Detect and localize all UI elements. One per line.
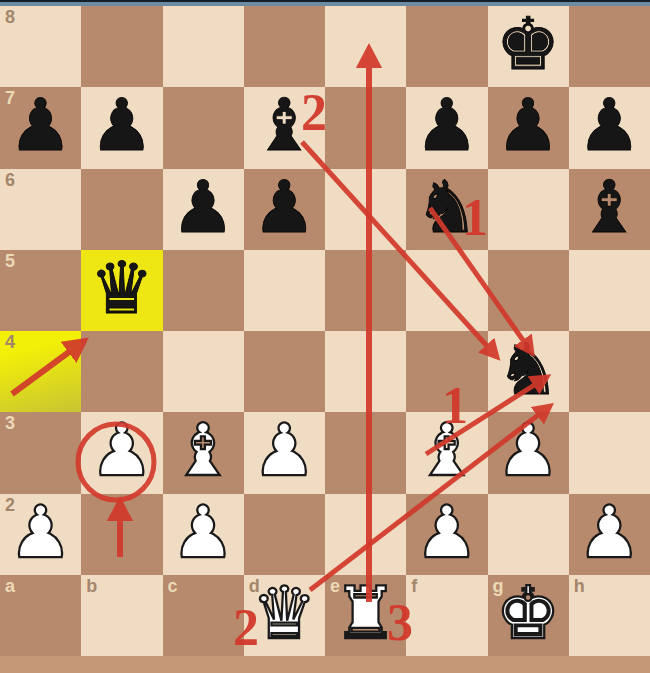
square-h5[interactable] — [569, 250, 650, 331]
square-d4[interactable] — [244, 331, 325, 412]
piece-white-pawn-d3[interactable]: ♟ — [252, 410, 317, 491]
square-a2[interactable]: 2♟ — [0, 494, 81, 575]
piece-black-pawn-h7[interactable]: ♟ — [577, 85, 642, 166]
square-e7[interactable] — [325, 87, 406, 168]
square-d7[interactable]: ♝ — [244, 87, 325, 168]
piece-black-pawn-f7[interactable]: ♟ — [415, 85, 480, 166]
square-h6[interactable]: ♝ — [569, 169, 650, 250]
square-d3[interactable]: ♟ — [244, 412, 325, 493]
coord-file-f: f — [411, 577, 417, 595]
piece-white-pawn-c2[interactable]: ♟ — [171, 492, 236, 573]
square-d8[interactable] — [244, 6, 325, 87]
coord-file-c: c — [168, 577, 178, 595]
square-f8[interactable] — [406, 6, 487, 87]
square-h2[interactable]: ♟ — [569, 494, 650, 575]
coord-file-h: h — [574, 577, 585, 595]
square-c2[interactable]: ♟ — [163, 494, 244, 575]
coord-rank-5: 5 — [5, 252, 15, 270]
square-g2[interactable] — [488, 494, 569, 575]
square-c4[interactable] — [163, 331, 244, 412]
piece-black-pawn-b7[interactable]: ♟ — [90, 85, 155, 166]
piece-white-rook-e1[interactable]: ♜ — [333, 573, 398, 654]
square-h3[interactable] — [569, 412, 650, 493]
square-c6[interactable]: ♟ — [163, 169, 244, 250]
piece-white-pawn-b3[interactable]: ♟ — [90, 410, 155, 491]
square-b8[interactable] — [81, 6, 162, 87]
square-b1[interactable]: b — [81, 575, 162, 656]
square-d5[interactable] — [244, 250, 325, 331]
square-g1[interactable]: g♚ — [488, 575, 569, 656]
piece-white-pawn-h2[interactable]: ♟ — [577, 492, 642, 573]
square-g7[interactable]: ♟ — [488, 87, 569, 168]
square-g8[interactable]: ♚ — [488, 6, 569, 87]
square-a6[interactable]: 6 — [0, 169, 81, 250]
square-f1[interactable]: f — [406, 575, 487, 656]
coord-file-a: a — [5, 577, 15, 595]
square-e1[interactable]: e♜ — [325, 575, 406, 656]
square-h4[interactable] — [569, 331, 650, 412]
square-a8[interactable]: 8 — [0, 6, 81, 87]
square-d2[interactable] — [244, 494, 325, 575]
piece-black-pawn-g7[interactable]: ♟ — [496, 85, 561, 166]
piece-white-queen-d1[interactable]: ♛ — [252, 573, 317, 654]
square-b6[interactable] — [81, 169, 162, 250]
square-b2[interactable] — [81, 494, 162, 575]
square-g6[interactable] — [488, 169, 569, 250]
square-e5[interactable] — [325, 250, 406, 331]
piece-white-bishop-c3[interactable]: ♝ — [171, 410, 236, 491]
square-f5[interactable] — [406, 250, 487, 331]
chess-board: 8♚7♟♟♝♟♟♟6♟♟♞♝5♛4♞3♟♝♟♝♟2♟♟♟♟abcd♛e♜fg♚h… — [0, 6, 650, 656]
app-screen: 8♚7♟♟♝♟♟♟6♟♟♞♝5♛4♞3♟♝♟♝♟2♟♟♟♟abcd♛e♜fg♚h… — [0, 0, 650, 673]
square-b3[interactable]: ♟ — [81, 412, 162, 493]
square-a5[interactable]: 5 — [0, 250, 81, 331]
piece-black-bishop-d7[interactable]: ♝ — [252, 85, 317, 166]
square-h7[interactable]: ♟ — [569, 87, 650, 168]
square-f2[interactable]: ♟ — [406, 494, 487, 575]
piece-white-bishop-f3[interactable]: ♝ — [415, 410, 480, 491]
square-e2[interactable] — [325, 494, 406, 575]
square-d1[interactable]: d♛ — [244, 575, 325, 656]
coord-file-b: b — [86, 577, 97, 595]
square-c5[interactable] — [163, 250, 244, 331]
square-a3[interactable]: 3 — [0, 412, 81, 493]
piece-white-pawn-a2[interactable]: ♟ — [8, 492, 73, 573]
coord-rank-8: 8 — [5, 8, 15, 26]
square-e8[interactable] — [325, 6, 406, 87]
square-g3[interactable]: ♟ — [488, 412, 569, 493]
square-h1[interactable]: h — [569, 575, 650, 656]
square-d6[interactable]: ♟ — [244, 169, 325, 250]
piece-black-pawn-d6[interactable]: ♟ — [252, 167, 317, 248]
piece-black-pawn-c6[interactable]: ♟ — [171, 167, 236, 248]
square-c7[interactable] — [163, 87, 244, 168]
square-g4[interactable]: ♞ — [488, 331, 569, 412]
square-b5[interactable]: ♛ — [81, 250, 162, 331]
piece-black-knight-g4[interactable]: ♞ — [496, 329, 561, 410]
piece-white-pawn-g3[interactable]: ♟ — [496, 410, 561, 491]
square-a1[interactable]: a — [0, 575, 81, 656]
square-e6[interactable] — [325, 169, 406, 250]
piece-black-queen-b5[interactable]: ♛ — [90, 248, 155, 329]
square-a7[interactable]: 7♟ — [0, 87, 81, 168]
bottom-bar — [0, 656, 650, 673]
square-c3[interactable]: ♝ — [163, 412, 244, 493]
piece-white-pawn-f2[interactable]: ♟ — [415, 492, 480, 573]
square-e4[interactable] — [325, 331, 406, 412]
square-f3[interactable]: ♝ — [406, 412, 487, 493]
piece-black-knight-f6[interactable]: ♞ — [415, 167, 480, 248]
piece-white-king-g1[interactable]: ♚ — [496, 573, 561, 654]
square-f4[interactable] — [406, 331, 487, 412]
square-g5[interactable] — [488, 250, 569, 331]
square-b4[interactable] — [81, 331, 162, 412]
square-c8[interactable] — [163, 6, 244, 87]
square-h8[interactable] — [569, 6, 650, 87]
coord-rank-6: 6 — [5, 171, 15, 189]
square-a4[interactable]: 4 — [0, 331, 81, 412]
square-b7[interactable]: ♟ — [81, 87, 162, 168]
square-c1[interactable]: c — [163, 575, 244, 656]
square-f7[interactable]: ♟ — [406, 87, 487, 168]
piece-black-king-g8[interactable]: ♚ — [496, 4, 561, 85]
piece-black-pawn-a7[interactable]: ♟ — [8, 85, 73, 166]
piece-black-bishop-h6[interactable]: ♝ — [577, 167, 642, 248]
square-f6[interactable]: ♞ — [406, 169, 487, 250]
coord-rank-3: 3 — [5, 414, 15, 432]
square-e3[interactable] — [325, 412, 406, 493]
coord-rank-4: 4 — [5, 333, 15, 351]
